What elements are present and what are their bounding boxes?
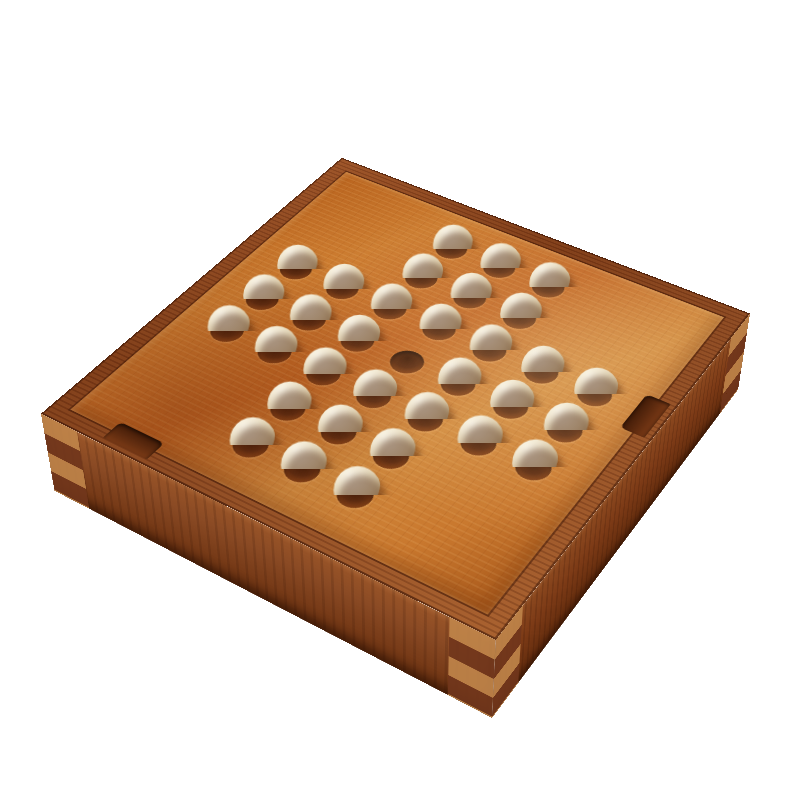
marble-f5[interactable]: ● bbox=[454, 409, 502, 457]
blocked-cell bbox=[611, 302, 690, 355]
scene: ●●●●●●●●●●●●●●●●●●●●●●●●●●●●●●●● bbox=[0, 0, 800, 800]
marble-d3[interactable]: ● bbox=[416, 298, 461, 343]
photo-background: ●●●●●●●●●●●●●●●●●●●●●●●●●●●●●●●● bbox=[0, 0, 800, 800]
solitaire-game-box: ●●●●●●●●●●●●●●●●●●●●●●●●●●●●●●●● bbox=[41, 158, 750, 640]
